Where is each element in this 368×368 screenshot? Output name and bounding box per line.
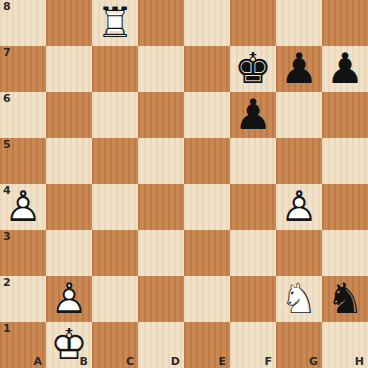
square-e8[interactable] xyxy=(184,0,230,46)
square-b8[interactable] xyxy=(46,0,92,46)
piece-black-pawn[interactable]: ♟ xyxy=(230,92,276,138)
square-f5[interactable] xyxy=(230,138,276,184)
square-e4[interactable] xyxy=(184,184,230,230)
chess-board: 8♜♖7♚♟♟6♟54♟♙♟♙32♟♙♞♘♞1AB♚♔CDEFGH xyxy=(0,0,368,368)
square-d4[interactable] xyxy=(138,184,184,230)
square-b4[interactable] xyxy=(46,184,92,230)
rank-label-5: 5 xyxy=(3,138,11,152)
piece-glyph-solid: ♞ xyxy=(322,276,368,322)
square-f7[interactable]: ♚ xyxy=(230,46,276,92)
square-b3[interactable] xyxy=(46,230,92,276)
square-g3[interactable] xyxy=(276,230,322,276)
square-c2[interactable] xyxy=(92,276,138,322)
rank-label-4: 4 xyxy=(3,184,11,198)
square-b5[interactable] xyxy=(46,138,92,184)
square-a8[interactable]: 8 xyxy=(0,0,46,46)
square-f3[interactable] xyxy=(230,230,276,276)
file-label-b: B xyxy=(80,355,88,368)
square-d8[interactable] xyxy=(138,0,184,46)
square-f8[interactable] xyxy=(230,0,276,46)
square-f1[interactable]: F xyxy=(230,322,276,368)
file-label-e: E xyxy=(218,355,226,368)
file-label-a: A xyxy=(33,355,42,368)
rank-label-2: 2 xyxy=(3,276,11,290)
square-h2[interactable]: ♞ xyxy=(322,276,368,322)
square-c7[interactable] xyxy=(92,46,138,92)
piece-black-knight[interactable]: ♞ xyxy=(322,276,368,322)
square-e2[interactable] xyxy=(184,276,230,322)
square-e3[interactable] xyxy=(184,230,230,276)
square-a4[interactable]: 4♟♙ xyxy=(0,184,46,230)
square-a2[interactable]: 2 xyxy=(0,276,46,322)
square-g1[interactable]: G xyxy=(276,322,322,368)
square-d1[interactable]: D xyxy=(138,322,184,368)
rank-label-1: 1 xyxy=(3,322,11,336)
piece-glyph-outline: ♙ xyxy=(46,276,92,322)
piece-black-pawn[interactable]: ♟ xyxy=(276,46,322,92)
square-h6[interactable] xyxy=(322,92,368,138)
square-f2[interactable] xyxy=(230,276,276,322)
square-d2[interactable] xyxy=(138,276,184,322)
square-a6[interactable]: 6 xyxy=(0,92,46,138)
square-h4[interactable] xyxy=(322,184,368,230)
rank-label-6: 6 xyxy=(3,92,11,106)
square-c1[interactable]: C xyxy=(92,322,138,368)
piece-black-king[interactable]: ♚ xyxy=(230,46,276,92)
square-b1[interactable]: B♚♔ xyxy=(46,322,92,368)
piece-glyph-solid: ♟ xyxy=(230,92,276,138)
square-b6[interactable] xyxy=(46,92,92,138)
square-a5[interactable]: 5 xyxy=(0,138,46,184)
piece-glyph-outline: ♙ xyxy=(276,184,322,230)
rank-label-8: 8 xyxy=(3,0,11,14)
square-e7[interactable] xyxy=(184,46,230,92)
piece-glyph-solid: ♟ xyxy=(276,46,322,92)
square-b7[interactable] xyxy=(46,46,92,92)
piece-white-rook[interactable]: ♜♖ xyxy=(92,0,138,46)
square-c5[interactable] xyxy=(92,138,138,184)
rank-label-7: 7 xyxy=(3,46,11,60)
file-label-d: D xyxy=(171,355,180,368)
file-label-g: G xyxy=(309,355,318,368)
square-c4[interactable] xyxy=(92,184,138,230)
square-c8[interactable]: ♜♖ xyxy=(92,0,138,46)
piece-glyph-solid: ♚ xyxy=(230,46,276,92)
square-f4[interactable] xyxy=(230,184,276,230)
square-d3[interactable] xyxy=(138,230,184,276)
square-e1[interactable]: E xyxy=(184,322,230,368)
square-g7[interactable]: ♟ xyxy=(276,46,322,92)
piece-glyph-solid: ♟ xyxy=(322,46,368,92)
square-b2[interactable]: ♟♙ xyxy=(46,276,92,322)
square-d5[interactable] xyxy=(138,138,184,184)
square-a7[interactable]: 7 xyxy=(0,46,46,92)
square-e6[interactable] xyxy=(184,92,230,138)
square-g6[interactable] xyxy=(276,92,322,138)
square-d6[interactable] xyxy=(138,92,184,138)
piece-white-pawn[interactable]: ♟♙ xyxy=(46,276,92,322)
square-h8[interactable] xyxy=(322,0,368,46)
square-a3[interactable]: 3 xyxy=(0,230,46,276)
square-h1[interactable]: H xyxy=(322,322,368,368)
piece-glyph-outline: ♘ xyxy=(276,276,322,322)
file-label-f: F xyxy=(264,355,272,368)
file-label-c: C xyxy=(126,355,134,368)
square-a1[interactable]: 1A xyxy=(0,322,46,368)
square-g8[interactable] xyxy=(276,0,322,46)
square-g4[interactable]: ♟♙ xyxy=(276,184,322,230)
square-c6[interactable] xyxy=(92,92,138,138)
piece-glyph-outline: ♖ xyxy=(92,0,138,46)
square-h7[interactable]: ♟ xyxy=(322,46,368,92)
square-f6[interactable]: ♟ xyxy=(230,92,276,138)
piece-white-knight[interactable]: ♞♘ xyxy=(276,276,322,322)
piece-black-pawn[interactable]: ♟ xyxy=(322,46,368,92)
file-label-h: H xyxy=(355,355,364,368)
square-d7[interactable] xyxy=(138,46,184,92)
square-c3[interactable] xyxy=(92,230,138,276)
square-e5[interactable] xyxy=(184,138,230,184)
square-g2[interactable]: ♞♘ xyxy=(276,276,322,322)
square-h3[interactable] xyxy=(322,230,368,276)
square-g5[interactable] xyxy=(276,138,322,184)
piece-white-pawn[interactable]: ♟♙ xyxy=(276,184,322,230)
rank-label-3: 3 xyxy=(3,230,11,244)
square-h5[interactable] xyxy=(322,138,368,184)
